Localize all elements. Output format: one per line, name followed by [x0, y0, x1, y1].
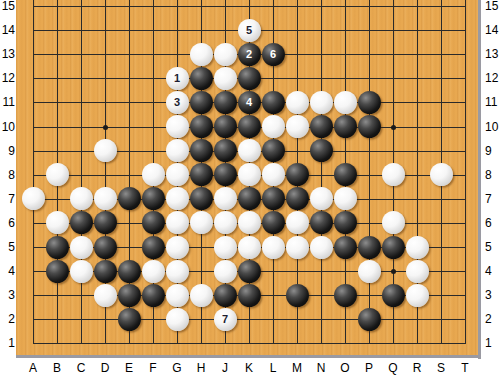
stone-white-G12[interactable]: 1 — [166, 67, 189, 90]
row-label-right-15: 15 — [485, 0, 500, 14]
row-label-left-2: 2 — [0, 311, 16, 327]
stone-white-G3[interactable] — [166, 284, 189, 307]
stone-white-J5[interactable] — [214, 236, 237, 259]
stone-white-C5[interactable] — [70, 236, 93, 259]
stone-black-O6[interactable] — [334, 211, 357, 234]
stone-black-O8[interactable] — [334, 163, 357, 186]
stone-white-D3[interactable] — [94, 284, 117, 307]
stone-black-H10[interactable] — [190, 115, 213, 138]
column-label-O: O — [333, 361, 357, 375]
stone-black-M8[interactable] — [286, 163, 309, 186]
stone-white-M11[interactable] — [286, 91, 309, 114]
stone-black-O3[interactable] — [334, 284, 357, 307]
row-label-right-7: 7 — [485, 191, 500, 207]
stone-white-L10[interactable] — [262, 115, 285, 138]
stone-white-K5[interactable] — [238, 236, 261, 259]
row-label-right-6: 6 — [485, 215, 500, 231]
grid-line-vertical — [369, 0, 370, 344]
row-label-right-11: 11 — [485, 94, 500, 110]
stone-white-G4[interactable] — [166, 260, 189, 283]
stone-black-L13[interactable]: 6 — [262, 43, 285, 66]
stone-white-G10[interactable] — [166, 115, 189, 138]
stone-white-B6[interactable] — [46, 211, 69, 234]
stone-black-N6[interactable] — [310, 211, 333, 234]
column-label-M: M — [285, 361, 309, 375]
stone-white-S8[interactable] — [430, 163, 453, 186]
star-point-Q4 — [391, 269, 396, 274]
row-label-left-7: 7 — [0, 191, 16, 207]
stone-black-O10[interactable] — [334, 115, 357, 138]
stone-white-B8[interactable] — [46, 163, 69, 186]
row-label-left-3: 3 — [0, 287, 16, 303]
stone-black-Q5[interactable] — [382, 236, 405, 259]
stone-white-C7[interactable] — [70, 187, 93, 210]
row-label-left-12: 12 — [0, 70, 16, 86]
stone-white-J13[interactable] — [214, 43, 237, 66]
stone-black-K3[interactable] — [238, 284, 261, 307]
row-label-right-10: 10 — [485, 119, 500, 135]
move-number-2: 2 — [246, 49, 252, 60]
row-label-right-12: 12 — [485, 70, 500, 86]
stone-black-K13[interactable]: 2 — [238, 43, 261, 66]
column-label-N: N — [309, 361, 333, 375]
stone-black-P5[interactable] — [358, 236, 381, 259]
stone-black-M3[interactable] — [286, 284, 309, 307]
stone-white-H6[interactable] — [190, 211, 213, 234]
stone-white-O11[interactable] — [334, 91, 357, 114]
stone-white-Q6[interactable] — [382, 211, 405, 234]
column-label-J: J — [213, 361, 237, 375]
star-point-D10 — [103, 125, 108, 130]
move-number-6: 6 — [270, 49, 276, 60]
stone-white-D9[interactable] — [94, 139, 117, 162]
stone-black-D5[interactable] — [94, 236, 117, 259]
stone-white-G6[interactable] — [166, 211, 189, 234]
star-point-Q10 — [391, 125, 396, 130]
stone-black-L6[interactable] — [262, 211, 285, 234]
stone-black-E4[interactable] — [118, 260, 141, 283]
stone-black-E2[interactable] — [118, 308, 141, 331]
row-label-right-1: 1 — [485, 335, 500, 351]
stone-white-L5[interactable] — [262, 236, 285, 259]
column-label-P: P — [357, 361, 381, 375]
stone-white-N11[interactable] — [310, 91, 333, 114]
column-label-L: L — [261, 361, 285, 375]
row-label-right-3: 3 — [485, 287, 500, 303]
stone-white-H3[interactable] — [190, 284, 213, 307]
stone-black-H8[interactable] — [190, 163, 213, 186]
move-number-7: 7 — [222, 314, 228, 325]
stone-white-J6[interactable] — [214, 211, 237, 234]
stone-black-P10[interactable] — [358, 115, 381, 138]
grid-line-horizontal — [33, 6, 466, 7]
stone-black-J11[interactable] — [214, 91, 237, 114]
move-number-4: 4 — [246, 97, 252, 108]
stone-black-L11[interactable] — [262, 91, 285, 114]
stone-black-M7[interactable] — [286, 187, 309, 210]
stone-white-G5[interactable] — [166, 236, 189, 259]
stone-white-G11[interactable]: 3 — [166, 91, 189, 114]
stone-white-L8[interactable] — [262, 163, 285, 186]
row-label-right-4: 4 — [485, 263, 500, 279]
stone-white-F4[interactable] — [142, 260, 165, 283]
row-label-left-14: 14 — [0, 22, 16, 38]
stone-black-E7[interactable] — [118, 187, 141, 210]
move-number-5: 5 — [246, 25, 252, 36]
stone-white-R5[interactable] — [406, 236, 429, 259]
grid-line-vertical — [33, 0, 34, 344]
stone-black-E3[interactable] — [118, 284, 141, 307]
stone-white-G9[interactable] — [166, 139, 189, 162]
stone-black-O5[interactable] — [334, 236, 357, 259]
stone-black-K10[interactable] — [238, 115, 261, 138]
row-label-left-1: 1 — [0, 335, 16, 351]
stone-white-J2[interactable]: 7 — [214, 308, 237, 331]
column-label-H: H — [189, 361, 213, 375]
stone-white-M10[interactable] — [286, 115, 309, 138]
grid-line-horizontal — [33, 319, 466, 320]
row-label-left-11: 11 — [0, 94, 16, 110]
column-label-B: B — [45, 361, 69, 375]
grid-line-horizontal — [33, 343, 466, 344]
row-label-left-9: 9 — [0, 143, 16, 159]
stone-white-K8[interactable] — [238, 163, 261, 186]
stone-black-F5[interactable] — [142, 236, 165, 259]
row-label-right-8: 8 — [485, 167, 500, 183]
stone-black-J10[interactable] — [214, 115, 237, 138]
stone-white-H13[interactable] — [190, 43, 213, 66]
stone-black-J8[interactable] — [214, 163, 237, 186]
stone-white-N5[interactable] — [310, 236, 333, 259]
stone-white-K14[interactable]: 5 — [238, 19, 261, 42]
stone-white-K6[interactable] — [238, 211, 261, 234]
column-label-K: K — [237, 361, 261, 375]
stone-white-G2[interactable] — [166, 308, 189, 331]
stone-black-N9[interactable] — [310, 139, 333, 162]
stone-white-C4[interactable] — [70, 260, 93, 283]
stone-white-J7[interactable] — [214, 187, 237, 210]
stone-black-F3[interactable] — [142, 284, 165, 307]
board-frame-bottom — [16, 355, 481, 358]
row-label-left-15: 15 — [0, 0, 16, 14]
stone-black-H9[interactable] — [190, 139, 213, 162]
stone-white-M5[interactable] — [286, 236, 309, 259]
stone-white-P4[interactable] — [358, 260, 381, 283]
column-label-Q: Q — [381, 361, 405, 375]
grid-line-vertical — [81, 0, 82, 344]
move-number-3: 3 — [174, 97, 180, 108]
stone-white-K9[interactable] — [238, 139, 261, 162]
row-label-left-13: 13 — [0, 46, 16, 62]
row-label-left-10: 10 — [0, 119, 16, 135]
stone-black-K7[interactable] — [238, 187, 261, 210]
stone-white-M6[interactable] — [286, 211, 309, 234]
stone-black-K11[interactable]: 4 — [238, 91, 261, 114]
row-label-right-14: 14 — [485, 22, 500, 38]
stone-black-B5[interactable] — [46, 236, 69, 259]
column-label-E: E — [117, 361, 141, 375]
stone-black-F6[interactable] — [142, 211, 165, 234]
stone-white-G8[interactable] — [166, 163, 189, 186]
stone-white-R3[interactable] — [406, 284, 429, 307]
column-label-G: G — [165, 361, 189, 375]
stone-white-N7[interactable] — [310, 187, 333, 210]
row-label-right-2: 2 — [485, 311, 500, 327]
move-number-1: 1 — [174, 73, 180, 84]
stone-black-J9[interactable] — [214, 139, 237, 162]
column-label-R: R — [405, 361, 429, 375]
row-label-right-9: 9 — [485, 143, 500, 159]
column-label-F: F — [141, 361, 165, 375]
stone-white-G7[interactable] — [166, 187, 189, 210]
stone-black-K4[interactable] — [238, 260, 261, 283]
row-label-left-5: 5 — [0, 239, 16, 255]
column-label-T: T — [453, 361, 477, 375]
row-label-right-13: 13 — [485, 46, 500, 62]
stone-black-L9[interactable] — [262, 139, 285, 162]
stone-black-H12[interactable] — [190, 67, 213, 90]
column-label-D: D — [93, 361, 117, 375]
stone-white-O7[interactable] — [334, 187, 357, 210]
stone-white-D7[interactable] — [94, 187, 117, 210]
grid-line-vertical — [321, 0, 322, 344]
row-label-right-5: 5 — [485, 239, 500, 255]
stone-black-F7[interactable] — [142, 187, 165, 210]
stone-black-B4[interactable] — [46, 260, 69, 283]
stone-white-R4[interactable] — [406, 260, 429, 283]
stone-black-J3[interactable] — [214, 284, 237, 307]
stone-black-D4[interactable] — [94, 260, 117, 283]
go-board-screenshot: 1515141413131212111110109988776655443322… — [0, 0, 500, 380]
row-label-left-6: 6 — [0, 215, 16, 231]
row-label-left-8: 8 — [0, 167, 16, 183]
grid-line-vertical — [465, 0, 466, 344]
stone-black-L7[interactable] — [262, 187, 285, 210]
column-label-S: S — [429, 361, 453, 375]
stone-black-P2[interactable] — [358, 308, 381, 331]
stone-black-H11[interactable] — [190, 91, 213, 114]
column-label-A: A — [21, 361, 45, 375]
stone-black-P11[interactable] — [358, 91, 381, 114]
stone-white-A7[interactable] — [22, 187, 45, 210]
row-label-left-4: 4 — [0, 263, 16, 279]
stone-black-Q3[interactable] — [382, 284, 405, 307]
stone-white-J4[interactable] — [214, 260, 237, 283]
stone-black-H7[interactable] — [190, 187, 213, 210]
stone-black-C6[interactable] — [70, 211, 93, 234]
board-frame-right — [478, 0, 481, 359]
stone-black-K12[interactable] — [238, 67, 261, 90]
stone-white-J12[interactable] — [214, 67, 237, 90]
stone-black-D6[interactable] — [94, 211, 117, 234]
stone-white-F8[interactable] — [142, 163, 165, 186]
stone-white-Q8[interactable] — [382, 163, 405, 186]
stone-black-N10[interactable] — [310, 115, 333, 138]
column-label-C: C — [69, 361, 93, 375]
